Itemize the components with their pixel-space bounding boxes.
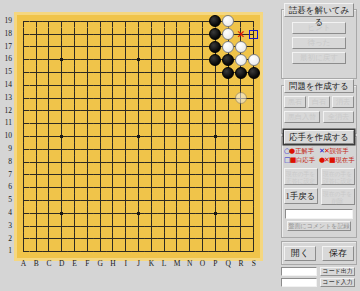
intersection-P1[interactable] [209,245,222,258]
intersection-P14[interactable] [209,79,222,92]
intersection-H6[interactable] [107,181,120,194]
intersection-Q13[interactable] [222,92,235,105]
intersection-C2[interactable] [43,233,56,246]
intersection-M8[interactable] [171,156,184,169]
intersection-D2[interactable] [55,233,68,246]
intersection-L9[interactable] [158,143,171,156]
intersection-Q15[interactable] [222,66,235,79]
intersection-G4[interactable] [94,207,107,220]
intersection-R13[interactable] [235,92,248,105]
intersection-Q4[interactable] [222,207,235,220]
intersection-M5[interactable] [171,194,184,207]
intersection-N12[interactable] [183,105,196,118]
intersection-C1[interactable] [43,245,56,258]
intersection-R19[interactable] [235,15,248,28]
intersection-G7[interactable] [94,169,107,182]
intersection-P6[interactable] [209,181,222,194]
intersection-H1[interactable] [107,245,120,258]
intersection-M13[interactable] [171,92,184,105]
save-button[interactable]: 保存 [322,246,354,261]
intersection-F13[interactable] [81,92,94,105]
intersection-D7[interactable] [55,169,68,182]
intersection-H19[interactable] [107,15,120,28]
intersection-F6[interactable] [81,181,94,194]
intersection-H2[interactable] [107,233,120,246]
intersection-O8[interactable] [196,156,209,169]
intersection-S10[interactable] [247,130,260,143]
intersection-B17[interactable] [30,41,43,54]
intersection-R5[interactable] [235,194,248,207]
intersection-C8[interactable] [43,156,56,169]
intersection-M1[interactable] [171,245,184,258]
intersection-P3[interactable] [209,220,222,233]
intersection-L16[interactable] [158,53,171,66]
code-output-button[interactable]: コード出力 [320,267,355,276]
intersection-C5[interactable] [43,194,56,207]
intersection-K1[interactable] [145,245,158,258]
comment-input[interactable] [285,209,353,219]
intersection-N9[interactable] [183,143,196,156]
intersection-N10[interactable] [183,130,196,143]
intersection-P4[interactable] [209,207,222,220]
intersection-P18[interactable] [209,28,222,41]
intersection-F5[interactable] [81,194,94,207]
intersection-B11[interactable] [30,117,43,130]
intersection-E8[interactable] [68,156,81,169]
intersection-J14[interactable] [132,79,145,92]
code-output-field[interactable] [281,267,317,276]
intersection-N16[interactable] [183,53,196,66]
intersection-E15[interactable] [68,66,81,79]
intersection-E1[interactable] [68,245,81,258]
intersection-F7[interactable] [81,169,94,182]
intersection-P7[interactable] [209,169,222,182]
intersection-I2[interactable] [119,233,132,246]
intersection-K4[interactable] [145,207,158,220]
intersection-Q6[interactable] [222,181,235,194]
intersection-C12[interactable] [43,105,56,118]
intersection-I6[interactable] [119,181,132,194]
intersection-P9[interactable] [209,143,222,156]
intersection-A14[interactable] [17,79,30,92]
intersection-E7[interactable] [68,169,81,182]
intersection-Q5[interactable] [222,194,235,207]
intersection-B7[interactable] [30,169,43,182]
intersection-S16[interactable] [247,53,260,66]
intersection-K11[interactable] [145,117,158,130]
intersection-R11[interactable] [235,117,248,130]
intersection-B10[interactable] [30,130,43,143]
intersection-K12[interactable] [145,105,158,118]
intersection-N4[interactable] [183,207,196,220]
intersection-R14[interactable] [235,79,248,92]
intersection-G8[interactable] [94,156,107,169]
intersection-B6[interactable] [30,181,43,194]
intersection-B16[interactable] [30,53,43,66]
intersection-S9[interactable] [247,143,260,156]
intersection-L2[interactable] [158,233,171,246]
intersection-L17[interactable] [158,41,171,54]
intersection-L14[interactable] [158,79,171,92]
intersection-L10[interactable] [158,130,171,143]
intersection-O18[interactable] [196,28,209,41]
intersection-M2[interactable] [171,233,184,246]
intersection-A3[interactable] [17,220,30,233]
intersection-C14[interactable] [43,79,56,92]
intersection-L1[interactable] [158,245,171,258]
intersection-Q8[interactable] [222,156,235,169]
record-comment-button[interactable]: 盤面にコメントを記録 [287,221,351,231]
intersection-K17[interactable] [145,41,158,54]
intersection-S6[interactable] [247,181,260,194]
intersection-J8[interactable] [132,156,145,169]
intersection-G14[interactable] [94,79,107,92]
intersection-J9[interactable] [132,143,145,156]
intersection-N8[interactable] [183,156,196,169]
intersection-O5[interactable] [196,194,209,207]
solve-mode-button[interactable]: 詰碁を解いてみる [284,3,354,17]
intersection-S5[interactable] [247,194,260,207]
intersection-O15[interactable] [196,66,209,79]
intersection-H10[interactable] [107,130,120,143]
intersection-O14[interactable] [196,79,209,92]
intersection-L11[interactable] [158,117,171,130]
intersection-C17[interactable] [43,41,56,54]
intersection-N19[interactable] [183,15,196,28]
intersection-O6[interactable] [196,181,209,194]
intersection-O19[interactable] [196,15,209,28]
intersection-I18[interactable] [119,28,132,41]
intersection-B13[interactable] [30,92,43,105]
intersection-S18[interactable] [247,28,260,41]
intersection-D5[interactable] [55,194,68,207]
intersection-J13[interactable] [132,92,145,105]
intersection-I11[interactable] [119,117,132,130]
intersection-K16[interactable] [145,53,158,66]
intersection-G11[interactable] [94,117,107,130]
intersection-Q11[interactable] [222,117,235,130]
intersection-K14[interactable] [145,79,158,92]
intersection-B2[interactable] [30,233,43,246]
intersection-O13[interactable] [196,92,209,105]
open-button[interactable]: 開く [284,246,316,261]
intersection-K7[interactable] [145,169,158,182]
intersection-C10[interactable] [43,130,56,143]
intersection-F8[interactable] [81,156,94,169]
intersection-H8[interactable] [107,156,120,169]
intersection-L6[interactable] [158,181,171,194]
intersection-O3[interactable] [196,220,209,233]
intersection-L7[interactable] [158,169,171,182]
intersection-J15[interactable] [132,66,145,79]
intersection-D13[interactable] [55,92,68,105]
intersection-A19[interactable] [17,15,30,28]
intersection-Q14[interactable] [222,79,235,92]
reset-to-start-button[interactable]: 最初に戻す [292,52,346,64]
intersection-N7[interactable] [183,169,196,182]
intersection-G3[interactable] [94,220,107,233]
intersection-G9[interactable] [94,143,107,156]
intersection-A10[interactable] [17,130,30,143]
intersection-L19[interactable] [158,15,171,28]
intersection-K6[interactable] [145,181,158,194]
intersection-I4[interactable] [119,207,132,220]
intersection-F2[interactable] [81,233,94,246]
white-stone-tool-button[interactable]: 白石 [308,96,330,108]
intersection-A6[interactable] [17,181,30,194]
intersection-G15[interactable] [94,66,107,79]
code-input-button[interactable]: コード入力 [320,278,355,287]
intersection-E6[interactable] [68,181,81,194]
set-current-correct-button[interactable]: 現在の手を正答に設定 [284,168,318,185]
intersection-I13[interactable] [119,92,132,105]
intersection-Q3[interactable] [222,220,235,233]
intersection-C6[interactable] [43,181,56,194]
undo-move-button[interactable]: 待った [292,37,346,49]
intersection-K15[interactable] [145,66,158,79]
intersection-S13[interactable] [247,92,260,105]
intersection-E5[interactable] [68,194,81,207]
intersection-G13[interactable] [94,92,107,105]
intersection-K19[interactable] [145,15,158,28]
intersection-P12[interactable] [209,105,222,118]
intersection-L15[interactable] [158,66,171,79]
intersection-J16[interactable] [132,53,145,66]
erase-tool-button[interactable]: 消去 [332,96,354,108]
intersection-M12[interactable] [171,105,184,118]
intersection-M7[interactable] [171,169,184,182]
intersection-R6[interactable] [235,181,248,194]
intersection-Q16[interactable] [222,53,235,66]
intersection-P15[interactable] [209,66,222,79]
intersection-F19[interactable] [81,15,94,28]
intersection-O10[interactable] [196,130,209,143]
intersection-L5[interactable] [158,194,171,207]
intersection-F9[interactable] [81,143,94,156]
intersection-J7[interactable] [132,169,145,182]
intersection-A2[interactable] [17,233,30,246]
intersection-Q18[interactable] [222,28,235,41]
intersection-H5[interactable] [107,194,120,207]
intersection-Q7[interactable] [222,169,235,182]
intersection-I17[interactable] [119,41,132,54]
intersection-D19[interactable] [55,15,68,28]
intersection-R15[interactable] [235,66,248,79]
intersection-S8[interactable] [247,156,260,169]
intersection-I3[interactable] [119,220,132,233]
intersection-B12[interactable] [30,105,43,118]
intersection-Q17[interactable] [222,41,235,54]
intersection-R4[interactable] [235,207,248,220]
intersection-P10[interactable] [209,130,222,143]
intersection-I5[interactable] [119,194,132,207]
intersection-D3[interactable] [55,220,68,233]
intersection-D16[interactable] [55,53,68,66]
intersection-E11[interactable] [68,117,81,130]
intersection-K3[interactable] [145,220,158,233]
intersection-J17[interactable] [132,41,145,54]
intersection-N11[interactable] [183,117,196,130]
intersection-L13[interactable] [158,92,171,105]
intersection-C16[interactable] [43,53,56,66]
intersection-H18[interactable] [107,28,120,41]
intersection-C18[interactable] [43,28,56,41]
intersection-I14[interactable] [119,79,132,92]
intersection-H15[interactable] [107,66,120,79]
intersection-A16[interactable] [17,53,30,66]
black-stone-tool-button[interactable]: 黒石 [284,96,306,108]
intersection-N5[interactable] [183,194,196,207]
intersection-S12[interactable] [247,105,260,118]
intersection-E14[interactable] [68,79,81,92]
code-input-field[interactable] [281,278,317,287]
intersection-K8[interactable] [145,156,158,169]
intersection-F15[interactable] [81,66,94,79]
intersection-M15[interactable] [171,66,184,79]
intersection-A4[interactable] [17,207,30,220]
intersection-I10[interactable] [119,130,132,143]
intersection-A12[interactable] [17,105,30,118]
intersection-A7[interactable] [17,169,30,182]
intersection-R12[interactable] [235,105,248,118]
intersection-D1[interactable] [55,245,68,258]
intersection-H4[interactable] [107,207,120,220]
intersection-S3[interactable] [247,220,260,233]
intersection-B15[interactable] [30,66,43,79]
intersection-I12[interactable] [119,105,132,118]
intersection-D14[interactable] [55,79,68,92]
intersection-P13[interactable] [209,92,222,105]
intersection-B19[interactable] [30,15,43,28]
intersection-C13[interactable] [43,92,56,105]
intersection-O11[interactable] [196,117,209,130]
intersection-O12[interactable] [196,105,209,118]
intersection-I9[interactable] [119,143,132,156]
intersection-F3[interactable] [81,220,94,233]
intersection-G5[interactable] [94,194,107,207]
intersection-L3[interactable] [158,220,171,233]
intersection-P19[interactable] [209,15,222,28]
intersection-N6[interactable] [183,181,196,194]
intersection-E17[interactable] [68,41,81,54]
intersection-F14[interactable] [81,79,94,92]
intersection-M11[interactable] [171,117,184,130]
intersection-D17[interactable] [55,41,68,54]
intersection-B14[interactable] [30,79,43,92]
intersection-D10[interactable] [55,130,68,143]
intersection-K18[interactable] [145,28,158,41]
intersection-Q12[interactable] [222,105,235,118]
intersection-K9[interactable] [145,143,158,156]
intersection-A5[interactable] [17,194,30,207]
intersection-G18[interactable] [94,28,107,41]
intersection-M14[interactable] [171,79,184,92]
intersection-M18[interactable] [171,28,184,41]
intersection-K10[interactable] [145,130,158,143]
intersection-J1[interactable] [132,245,145,258]
intersection-A1[interactable] [17,245,30,258]
intersection-H12[interactable] [107,105,120,118]
intersection-M9[interactable] [171,143,184,156]
swap-colors-button[interactable]: 黒白入替 [284,111,320,123]
intersection-G10[interactable] [94,130,107,143]
intersection-H7[interactable] [107,169,120,182]
intersection-N14[interactable] [183,79,196,92]
intersection-G2[interactable] [94,233,107,246]
intersection-H17[interactable] [107,41,120,54]
intersection-A8[interactable] [17,156,30,169]
intersection-J6[interactable] [132,181,145,194]
intersection-L8[interactable] [158,156,171,169]
intersection-N1[interactable] [183,245,196,258]
intersection-D8[interactable] [55,156,68,169]
intersection-S7[interactable] [247,169,260,182]
intersection-J4[interactable] [132,207,145,220]
intersection-R17[interactable] [235,41,248,54]
clear-all-button[interactable]: 全消去 [323,111,354,123]
intersection-A11[interactable] [17,117,30,130]
intersection-S4[interactable] [247,207,260,220]
intersection-E10[interactable] [68,130,81,143]
intersection-N13[interactable] [183,92,196,105]
intersection-M4[interactable] [171,207,184,220]
intersection-I19[interactable] [119,15,132,28]
intersection-S17[interactable] [247,41,260,54]
intersection-O4[interactable] [196,207,209,220]
intersection-S19[interactable] [247,15,260,28]
intersection-J2[interactable] [132,233,145,246]
intersection-P2[interactable] [209,233,222,246]
intersection-R8[interactable] [235,156,248,169]
intersection-G17[interactable] [94,41,107,54]
intersection-P11[interactable] [209,117,222,130]
intersection-E12[interactable] [68,105,81,118]
intersection-R1[interactable] [235,245,248,258]
intersection-S2[interactable] [247,233,260,246]
intersection-D12[interactable] [55,105,68,118]
intersection-H16[interactable] [107,53,120,66]
back-one-move-button[interactable]: 1手戻る [284,188,318,204]
intersection-M16[interactable] [171,53,184,66]
intersection-P5[interactable] [209,194,222,207]
intersection-P16[interactable] [209,53,222,66]
intersection-E19[interactable] [68,15,81,28]
intersection-O2[interactable] [196,233,209,246]
intersection-Q19[interactable] [222,15,235,28]
delete-current-move-button[interactable]: 現在の手を削除 [321,188,355,205]
intersection-F12[interactable] [81,105,94,118]
intersection-F17[interactable] [81,41,94,54]
intersection-C9[interactable] [43,143,56,156]
intersection-O17[interactable] [196,41,209,54]
create-problem-mode-button[interactable]: 問題を作成する [284,79,354,93]
intersection-G1[interactable] [94,245,107,258]
intersection-S15[interactable] [247,66,260,79]
intersection-G6[interactable] [94,181,107,194]
set-current-wrong-button[interactable]: 現在の手を誤答に設定 [321,168,355,185]
intersection-O16[interactable] [196,53,209,66]
intersection-N15[interactable] [183,66,196,79]
intersection-G19[interactable] [94,15,107,28]
intersection-D11[interactable] [55,117,68,130]
intersection-M6[interactable] [171,181,184,194]
intersection-A18[interactable] [17,28,30,41]
intersection-R3[interactable] [235,220,248,233]
intersection-C11[interactable] [43,117,56,130]
intersection-F1[interactable] [81,245,94,258]
intersection-E13[interactable] [68,92,81,105]
intersection-F18[interactable] [81,28,94,41]
